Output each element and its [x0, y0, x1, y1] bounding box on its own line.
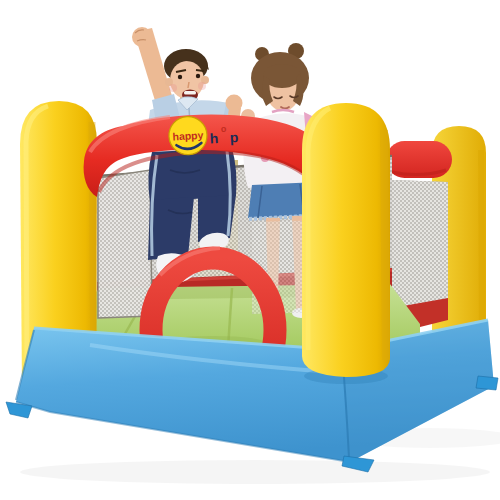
logo-letter-p: p: [229, 129, 238, 145]
front-left-mesh-panel: [98, 170, 152, 318]
right-top-bar: [386, 141, 452, 178]
front-right-pillar: [302, 103, 390, 377]
logo-word-happy: happy: [172, 129, 204, 143]
boy-eye-right: [196, 74, 200, 78]
logo-letter-o: o: [221, 124, 228, 134]
ground-shadow: [20, 460, 490, 484]
boy-fist-left: [226, 95, 243, 112]
anchor-tab-right: [476, 376, 498, 390]
logo-letter-h: h: [209, 130, 218, 146]
boy-teeth: [184, 91, 196, 95]
boy-pant-leg-left: [148, 197, 194, 260]
boy-eye-left: [178, 75, 182, 79]
product-photo-stage: happy h o p: [0, 0, 500, 500]
bouncy-castle-scene: happy h o p: [0, 0, 500, 500]
